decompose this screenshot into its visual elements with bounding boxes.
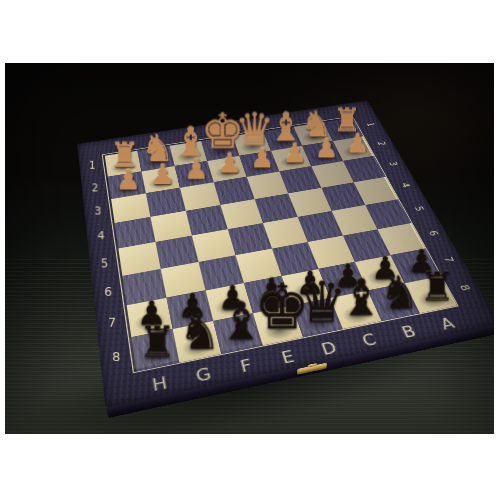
file-label-B: B — [398, 322, 418, 342]
piece-shadow — [400, 260, 436, 281]
file-label-A: A — [437, 314, 458, 333]
square-h3 — [111, 193, 150, 223]
piece-shadow — [415, 288, 453, 311]
rank-label-right-4: 4 — [399, 182, 413, 188]
file-label-E: E — [279, 346, 296, 367]
file-label-F: F — [238, 355, 254, 376]
file-label-G: G — [194, 363, 213, 385]
piece-shadow — [377, 295, 415, 318]
piece-shadow — [301, 310, 338, 334]
file-label-D: D — [319, 338, 340, 359]
rank-label-right-5: 5 — [412, 205, 427, 212]
rank-label-left-3: 3 — [94, 205, 101, 218]
rank-label-right-1: 1 — [364, 122, 377, 127]
rank-label-left-8: 8 — [112, 349, 120, 365]
piece-shadow — [173, 303, 208, 326]
piece-shadow — [364, 266, 400, 287]
square-g3 — [146, 188, 186, 217]
rank-label-right-3: 3 — [386, 161, 400, 167]
square-b8: ♞ — [368, 283, 420, 321]
rank-label-left-1: 1 — [89, 160, 96, 172]
square-h8: ♜ — [131, 329, 179, 372]
square-h2: ♟ — [108, 171, 146, 199]
rank-label-left-6: 6 — [104, 285, 112, 299]
rank-label-right-2: 2 — [375, 141, 388, 147]
rank-label-left-2: 2 — [92, 181, 99, 193]
piece-shadow — [180, 334, 217, 359]
piece-shadow — [221, 326, 258, 351]
rank-label-right-6: 6 — [426, 230, 441, 237]
piece-shadow — [340, 144, 370, 159]
piece-shadow — [327, 273, 363, 295]
clasp-knob — [308, 363, 317, 368]
photo-background: 12345678 12345678 HGFEDCBA ♜♞♝♚♛♝♞♜♟♟♟♟♟… — [5, 63, 494, 434]
rank-label-right-8: 8 — [457, 284, 473, 292]
rank-label-left-7: 7 — [108, 316, 116, 331]
rank-label-left-5: 5 — [101, 256, 108, 270]
piece-shadow — [261, 318, 298, 342]
square-h1: ♜ — [105, 151, 142, 177]
square-f6 — [198, 255, 243, 290]
file-label-H: H — [151, 372, 169, 394]
piece-shadow — [207, 144, 235, 159]
board-tilt: 12345678 12345678 HGFEDCBA ♜♞♝♚♛♝♞♜♟♟♟♟♟… — [77, 101, 494, 408]
file-label-C: C — [359, 330, 379, 350]
square-g1: ♞ — [137, 146, 174, 172]
piece-shadow — [138, 343, 174, 369]
board-frame: 12345678 12345678 HGFEDCBA ♜♞♝♚♛♝♞♜♟♟♟♟♟… — [77, 101, 494, 408]
square-g5 — [155, 236, 198, 269]
rank-label-left-4: 4 — [97, 229, 104, 242]
square-f8: ♝ — [213, 313, 262, 354]
board-scene: 12345678 12345678 HGFEDCBA ♜♞♝♚♛♝♞♜♟♟♟♟♟… — [5, 63, 494, 434]
rank-label-right-7: 7 — [441, 256, 457, 264]
piece-shadow — [339, 303, 376, 326]
